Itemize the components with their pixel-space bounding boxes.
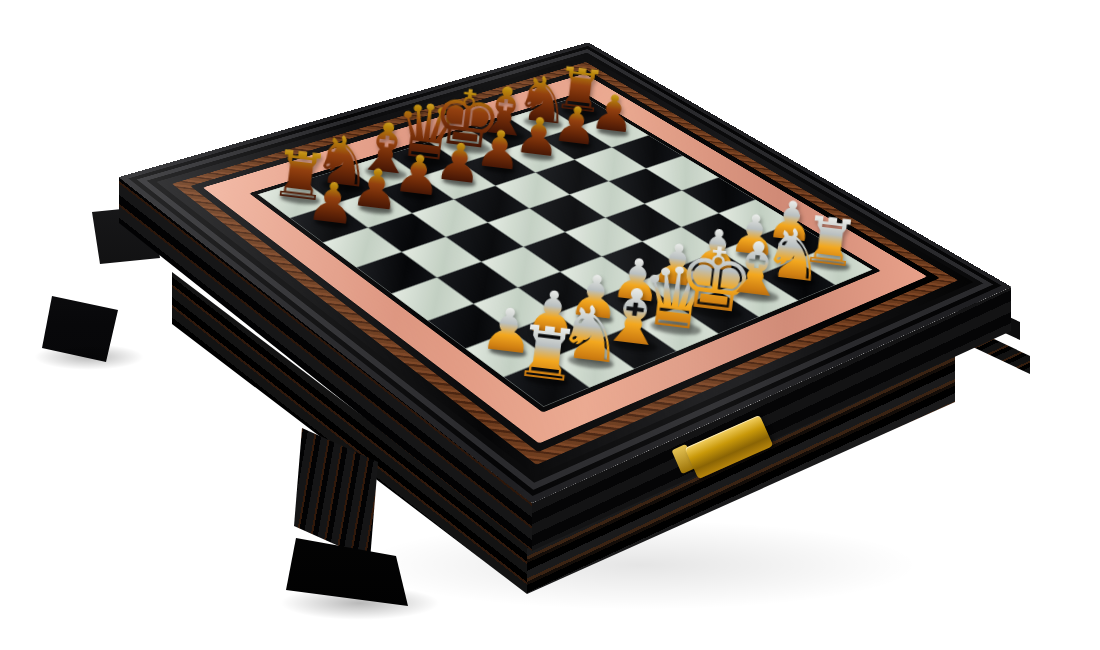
foot-shadow — [34, 344, 144, 370]
chess-set-photo: ♜♞♝♛♚♝♞♜♟♟♟♟♟♟♟♟♟♟♟♟♟♟♟♟♜♞♝♛♚♝♞♜ — [0, 0, 1100, 650]
